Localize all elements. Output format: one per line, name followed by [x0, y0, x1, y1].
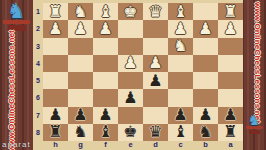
square-e8[interactable]: ♚	[118, 124, 143, 141]
white-bishop-f1: ♝	[98, 3, 112, 19]
white-pawn-f2: ♟	[98, 20, 112, 36]
black-pawn-a7: ♟	[223, 107, 237, 123]
square-f3[interactable]	[93, 38, 118, 55]
rank-label-6: 6	[33, 89, 43, 106]
square-c3[interactable]: ♞	[168, 38, 193, 55]
white-king-e1: ♚	[123, 3, 137, 19]
square-h2[interactable]: ♟	[43, 20, 68, 37]
file-label-f: f	[93, 141, 118, 150]
white-pawn-h2: ♟	[48, 20, 62, 36]
black-pawn-d5: ♟	[148, 72, 162, 88]
white-knight-g1: ♞	[73, 3, 87, 19]
knight-logo-icon: ♞	[244, 113, 264, 127]
square-d1[interactable]: ♛	[143, 3, 168, 20]
logo-pedestal-bottom	[249, 130, 260, 134]
file-label-a: a	[218, 141, 243, 150]
chess-knight-logo-left: ♞	[2, 1, 31, 31]
white-rook-h1: ♜	[48, 3, 62, 19]
square-e6[interactable]: ♟	[118, 89, 143, 106]
white-pawn-b2: ♟	[198, 20, 212, 36]
square-a4[interactable]	[218, 55, 243, 72]
white-pawn-g2: ♟	[73, 20, 87, 36]
square-a5[interactable]	[218, 72, 243, 89]
black-knight-g8: ♞	[73, 124, 87, 140]
square-f2[interactable]: ♟	[93, 20, 118, 37]
square-g3[interactable]	[68, 38, 93, 55]
square-c5[interactable]	[168, 72, 193, 89]
black-pawn-g7: ♟	[73, 107, 87, 123]
square-f4[interactable]	[93, 55, 118, 72]
black-king-e8: ♚	[123, 124, 137, 140]
square-e4[interactable]: ♟	[118, 55, 143, 72]
file-label-g: g	[68, 141, 93, 150]
square-g8[interactable]: ♞	[68, 124, 93, 141]
square-c4[interactable]	[168, 55, 193, 72]
square-b2[interactable]: ♟	[193, 20, 218, 37]
black-pawn-h7: ♟	[48, 107, 62, 123]
white-pawn-d4: ♟	[148, 55, 162, 71]
square-b5[interactable]	[193, 72, 218, 89]
watermark-url-left: www.OnlineChessLessons.net	[7, 30, 16, 150]
white-pawn-a2: ♟	[223, 20, 237, 36]
square-f5[interactable]	[93, 72, 118, 89]
square-c8[interactable]: ♝	[168, 124, 193, 141]
square-d6[interactable]	[143, 89, 168, 106]
knight-logo-icon: ♞	[2, 1, 31, 22]
rank-label-8: 8	[33, 124, 43, 141]
square-h3[interactable]	[43, 38, 68, 55]
rank-labels: 12345678	[33, 3, 43, 141]
white-pawn-c2: ♟	[173, 20, 187, 36]
black-pawn-c7: ♟	[173, 107, 187, 123]
black-rook-h8: ♜	[48, 124, 62, 140]
black-rook-a8: ♜	[223, 124, 237, 140]
square-b4[interactable]	[193, 55, 218, 72]
white-knight-c3: ♞	[173, 38, 187, 54]
file-label-d: d	[143, 141, 168, 150]
square-a8[interactable]: ♜	[218, 124, 243, 141]
square-h5[interactable]	[43, 72, 68, 89]
file-labels: hgfedcba	[43, 141, 243, 150]
rank-label-2: 2	[33, 20, 43, 37]
black-pawn-b7: ♟	[198, 107, 212, 123]
square-d8[interactable]: ♛	[143, 124, 168, 141]
square-h8[interactable]: ♜	[43, 124, 68, 141]
square-a2[interactable]: ♟	[218, 20, 243, 37]
square-a3[interactable]	[218, 38, 243, 55]
file-label-c: c	[168, 141, 193, 150]
rank-label-1: 1	[33, 3, 43, 20]
video-frame: ♞ www.OnlineChessLessons.net aparat 1234…	[0, 0, 266, 150]
black-bishop-f8: ♝	[98, 124, 112, 140]
black-pawn-f7: ♟	[98, 107, 112, 123]
white-bishop-c1: ♝	[173, 3, 187, 19]
square-g2[interactable]: ♟	[68, 20, 93, 37]
rank-label-4: 4	[33, 55, 43, 72]
file-label-b: b	[193, 141, 218, 150]
rank-label-5: 5	[33, 72, 43, 89]
square-g5[interactable]	[68, 72, 93, 89]
file-label-e: e	[118, 141, 143, 150]
square-b3[interactable]	[193, 38, 218, 55]
chess-board: ♜♞♝♚♛♝♜♟♟♟♟♟♟♞♟♟♟♟♟♟♟♟♟♟♜♞♝♚♛♝♞♜	[43, 3, 243, 141]
rank-label-7: 7	[33, 107, 43, 124]
square-d2[interactable]	[143, 20, 168, 37]
white-queen-d1: ♛	[148, 3, 162, 19]
square-h4[interactable]	[43, 55, 68, 72]
chess-knight-logo-right: ♞	[244, 113, 264, 134]
rank-label-3: 3	[33, 38, 43, 55]
aparat-watermark: aparat	[2, 140, 31, 149]
watermark-url-right: www.OnlineChessLessons.net	[253, 2, 262, 123]
square-g4[interactable]	[68, 55, 93, 72]
white-rook-a1: ♜	[223, 3, 237, 19]
black-knight-b8: ♞	[198, 124, 212, 140]
square-b8[interactable]: ♞	[193, 124, 218, 141]
file-label-h: h	[43, 141, 68, 150]
black-pawn-e6: ♟	[123, 89, 137, 105]
black-bishop-c8: ♝	[173, 124, 187, 140]
white-pawn-e4: ♟	[123, 55, 137, 71]
black-queen-d8: ♛	[148, 124, 162, 140]
square-e2[interactable]	[118, 20, 143, 37]
square-f8[interactable]: ♝	[93, 124, 118, 141]
square-e1[interactable]: ♚	[118, 3, 143, 20]
square-d5[interactable]: ♟	[143, 72, 168, 89]
